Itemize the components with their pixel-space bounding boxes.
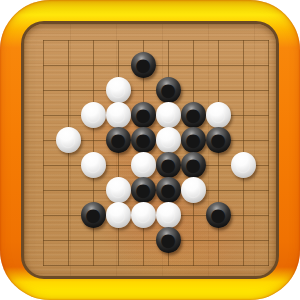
stone-white: ○ (231, 152, 256, 178)
board-cell (81, 53, 106, 78)
board-cell: ○ (131, 153, 156, 178)
go-board: ●○●○○●○●○○●●○●●○○●●○○●●○●○○○●● (21, 21, 279, 279)
board-cell (181, 28, 206, 53)
board-cell (256, 78, 280, 103)
board-cell (181, 53, 206, 78)
board-cell (106, 28, 131, 53)
board-cell (256, 53, 280, 78)
stone-white: ○ (156, 127, 181, 153)
board-cell (31, 228, 56, 253)
board-cell (231, 103, 256, 128)
stone-white: ○ (106, 77, 131, 103)
board-cell (31, 203, 56, 228)
board-cell (256, 178, 280, 203)
board-cell (56, 203, 81, 228)
board-cell (231, 253, 256, 278)
stone-white: ○ (81, 152, 106, 178)
board-cell: ● (131, 103, 156, 128)
board-cell (206, 253, 231, 278)
stone-black: ● (131, 177, 156, 203)
board-cell (156, 53, 181, 78)
stone-white: ○ (156, 102, 181, 128)
stone-white: ○ (181, 177, 206, 203)
board-cell: ● (156, 78, 181, 103)
board-cell (231, 53, 256, 78)
board-cell (31, 28, 56, 53)
board-cell (231, 128, 256, 153)
board-cell (31, 253, 56, 278)
board-cell (31, 128, 56, 153)
board-cell: ○ (156, 103, 181, 128)
board-cell (131, 78, 156, 103)
board-cell (56, 28, 81, 53)
board-cell (81, 228, 106, 253)
stone-black: ● (156, 177, 181, 203)
stone-white: ○ (156, 202, 181, 228)
board-cell: ● (156, 153, 181, 178)
board-cell: ● (131, 178, 156, 203)
board-cell: ○ (131, 203, 156, 228)
board-cell (206, 228, 231, 253)
board-cell (56, 78, 81, 103)
stone-white: ○ (206, 102, 231, 128)
board-cell (131, 253, 156, 278)
board-cell (106, 253, 131, 278)
stone-black: ● (81, 202, 106, 228)
board-cell (106, 53, 131, 78)
board-cell (31, 78, 56, 103)
board-cell (31, 53, 56, 78)
board-cell (256, 203, 280, 228)
stone-black: ● (131, 52, 156, 78)
board-cell (256, 228, 280, 253)
stone-black: ● (181, 127, 206, 153)
board-cell (56, 253, 81, 278)
stone-black: ● (156, 152, 181, 178)
board-cell (31, 178, 56, 203)
board-cell (231, 78, 256, 103)
board-cell (131, 28, 156, 53)
board-cell (56, 178, 81, 203)
board-cell (156, 253, 181, 278)
stone-white: ○ (81, 102, 106, 128)
board-cell (81, 178, 106, 203)
board-cell: ○ (106, 203, 131, 228)
board-cell: ○ (206, 103, 231, 128)
board-cell (181, 228, 206, 253)
board-cell (106, 228, 131, 253)
board-cell: ○ (81, 103, 106, 128)
board-cell (231, 28, 256, 53)
board-cell: ● (181, 153, 206, 178)
board-cell (206, 53, 231, 78)
stone-black: ● (156, 77, 181, 103)
stone-black: ● (206, 202, 231, 228)
board-cell: ● (81, 203, 106, 228)
board-cell (181, 253, 206, 278)
stone-white: ○ (106, 102, 131, 128)
stone-white: ○ (131, 202, 156, 228)
stone-black: ● (206, 127, 231, 153)
board-cell: ○ (106, 78, 131, 103)
board-cell (56, 153, 81, 178)
stone-white: ○ (56, 127, 81, 153)
board-cell (56, 228, 81, 253)
board-cell (56, 53, 81, 78)
board-cell (256, 128, 280, 153)
board-cell (206, 78, 231, 103)
board-cell (256, 253, 280, 278)
board-cell: ○ (181, 178, 206, 203)
board-cell (31, 153, 56, 178)
stone-black: ● (131, 127, 156, 153)
board-cell: ○ (106, 103, 131, 128)
stone-black: ● (181, 152, 206, 178)
stone-black: ● (181, 102, 206, 128)
board-grid: ●○●○○●○●○○●●○●●○○●●○○●●○●○○○●● (31, 28, 280, 278)
board-cell: ● (106, 128, 131, 153)
board-cell: ● (131, 128, 156, 153)
board-cell (256, 28, 280, 53)
board-cell: ● (131, 53, 156, 78)
board-cell (231, 178, 256, 203)
stone-white: ○ (131, 152, 156, 178)
board-cell: ○ (106, 178, 131, 203)
board-cell (231, 228, 256, 253)
board-cell: ● (206, 128, 231, 153)
stone-black: ● (156, 227, 181, 253)
board-cell (131, 228, 156, 253)
board-cell (206, 178, 231, 203)
board-cell (206, 28, 231, 53)
board-cell (81, 253, 106, 278)
board-cell (231, 203, 256, 228)
stone-black: ● (131, 102, 156, 128)
board-cell (81, 128, 106, 153)
board-cell (81, 78, 106, 103)
board-cell: ● (156, 178, 181, 203)
board-cell: ● (181, 128, 206, 153)
stone-black: ● (106, 127, 131, 153)
board-cell: ○ (231, 153, 256, 178)
board-cell: ● (181, 103, 206, 128)
board-cell (31, 103, 56, 128)
board-cell (56, 103, 81, 128)
board-cell: ○ (56, 128, 81, 153)
board-cell: ○ (156, 128, 181, 153)
board-cell (256, 103, 280, 128)
board-cell: ● (156, 228, 181, 253)
board-cell (206, 153, 231, 178)
board-cell: ● (206, 203, 231, 228)
stone-white: ○ (106, 177, 131, 203)
board-cell (256, 153, 280, 178)
board-cell: ○ (81, 153, 106, 178)
board-cell: ○ (156, 203, 181, 228)
board-cell (156, 28, 181, 53)
board-cell (106, 153, 131, 178)
board-cell (181, 203, 206, 228)
board-cell (81, 28, 106, 53)
screenshot-stage: ●○●○○●○●○○●●○●●○○●●○○●●○●○○○●● (0, 0, 300, 300)
gomoku-app-icon[interactable]: ●○●○○●○●○○●●○●●○○●●○○●●○●○○○●● (0, 0, 300, 300)
stone-white: ○ (106, 202, 131, 228)
board-cell (181, 78, 206, 103)
